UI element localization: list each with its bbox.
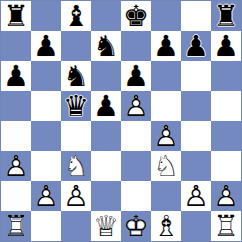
piece-outline-glyph: ♖	[1, 211, 31, 241]
piece-outline-glyph: ♔	[121, 211, 151, 241]
square-f4[interactable]: ♟♙	[151, 121, 181, 151]
piece-black-pawn[interactable]: ♟	[1, 61, 31, 91]
square-h8[interactable]: ♜	[211, 1, 241, 31]
square-h7[interactable]: ♟	[211, 31, 241, 61]
square-d8[interactable]	[91, 1, 121, 31]
square-h2[interactable]: ♟♙	[211, 181, 241, 211]
square-e7[interactable]	[121, 31, 151, 61]
square-g6[interactable]	[181, 61, 211, 91]
piece-outline-glyph: ♙	[181, 181, 211, 211]
piece-outline-glyph: ♙	[61, 181, 91, 211]
square-d5[interactable]: ♟	[91, 91, 121, 121]
square-b5[interactable]	[31, 91, 61, 121]
piece-white-pawn[interactable]: ♟♙	[1, 151, 31, 181]
square-e6[interactable]: ♟	[121, 61, 151, 91]
square-d6[interactable]	[91, 61, 121, 91]
square-f6[interactable]	[151, 61, 181, 91]
piece-black-queen[interactable]: ♛	[61, 91, 91, 121]
piece-black-pawn[interactable]: ♟	[91, 91, 121, 121]
square-g1[interactable]	[181, 211, 211, 241]
square-d2[interactable]	[91, 181, 121, 211]
piece-outline-glyph: ♘	[151, 151, 181, 181]
piece-black-pawn[interactable]: ♟	[211, 31, 241, 61]
square-c4[interactable]	[61, 121, 91, 151]
square-a3[interactable]: ♟♙	[1, 151, 31, 181]
piece-outline-glyph: ♙	[1, 151, 31, 181]
square-d1[interactable]: ♛♕	[91, 211, 121, 241]
square-h3[interactable]	[211, 151, 241, 181]
square-b3[interactable]	[31, 151, 61, 181]
square-d4[interactable]	[91, 121, 121, 151]
square-h6[interactable]	[211, 61, 241, 91]
piece-white-queen[interactable]: ♛♕	[91, 211, 121, 241]
square-c6[interactable]: ♞	[61, 61, 91, 91]
square-e1[interactable]: ♚♔	[121, 211, 151, 241]
square-b8[interactable]	[31, 1, 61, 31]
square-d7[interactable]: ♞	[91, 31, 121, 61]
square-a4[interactable]	[1, 121, 31, 151]
square-f2[interactable]	[151, 181, 181, 211]
piece-black-knight[interactable]: ♞	[91, 31, 121, 61]
square-a6[interactable]: ♟	[1, 61, 31, 91]
square-c7[interactable]	[61, 31, 91, 61]
square-f1[interactable]: ♝♗	[151, 211, 181, 241]
square-g3[interactable]	[181, 151, 211, 181]
square-g8[interactable]	[181, 1, 211, 31]
piece-black-pawn[interactable]: ♟	[31, 31, 61, 61]
square-g7[interactable]: ♟	[181, 31, 211, 61]
square-e3[interactable]	[121, 151, 151, 181]
square-a8[interactable]: ♜	[1, 1, 31, 31]
square-b4[interactable]	[31, 121, 61, 151]
piece-white-knight[interactable]: ♞♘	[61, 151, 91, 181]
piece-white-pawn[interactable]: ♟♙	[151, 121, 181, 151]
square-b2[interactable]: ♟♙	[31, 181, 61, 211]
piece-outline-glyph: ♙	[211, 181, 241, 211]
square-b1[interactable]	[31, 211, 61, 241]
piece-white-pawn[interactable]: ♟♙	[181, 181, 211, 211]
square-g2[interactable]: ♟♙	[181, 181, 211, 211]
square-h5[interactable]	[211, 91, 241, 121]
square-f5[interactable]	[151, 91, 181, 121]
piece-white-king[interactable]: ♚♔	[121, 211, 151, 241]
square-e8[interactable]: ♚	[121, 1, 151, 31]
piece-black-rook[interactable]: ♜	[211, 1, 241, 31]
square-e4[interactable]	[121, 121, 151, 151]
piece-outline-glyph: ♙	[151, 121, 181, 151]
square-c1[interactable]	[61, 211, 91, 241]
square-h1[interactable]: ♜♖	[211, 211, 241, 241]
piece-black-pawn[interactable]: ♟	[181, 31, 211, 61]
piece-black-pawn[interactable]: ♟	[121, 61, 151, 91]
square-f7[interactable]: ♟	[151, 31, 181, 61]
square-a1[interactable]: ♜♖	[1, 211, 31, 241]
piece-white-rook[interactable]: ♜♖	[1, 211, 31, 241]
piece-white-pawn[interactable]: ♟♙	[211, 181, 241, 211]
piece-white-pawn[interactable]: ♟♙	[61, 181, 91, 211]
piece-outline-glyph: ♖	[211, 211, 241, 241]
piece-black-king[interactable]: ♚	[121, 1, 151, 31]
square-a7[interactable]	[1, 31, 31, 61]
piece-white-pawn[interactable]: ♟♙	[121, 91, 151, 121]
square-e2[interactable]	[121, 181, 151, 211]
square-b6[interactable]	[31, 61, 61, 91]
piece-black-bishop[interactable]: ♝	[61, 1, 91, 31]
piece-white-knight[interactable]: ♞♘	[151, 151, 181, 181]
square-c8[interactable]: ♝	[61, 1, 91, 31]
square-g4[interactable]	[181, 121, 211, 151]
piece-white-pawn[interactable]: ♟♙	[31, 181, 61, 211]
square-f8[interactable]	[151, 1, 181, 31]
square-h4[interactable]	[211, 121, 241, 151]
piece-white-rook[interactable]: ♜♖	[211, 211, 241, 241]
piece-outline-glyph: ♕	[91, 211, 121, 241]
square-f3[interactable]: ♞♘	[151, 151, 181, 181]
square-c3[interactable]: ♞♘	[61, 151, 91, 181]
square-a5[interactable]	[1, 91, 31, 121]
piece-black-rook[interactable]: ♜	[1, 1, 31, 31]
square-d3[interactable]	[91, 151, 121, 181]
piece-outline-glyph: ♗	[151, 211, 181, 241]
piece-black-pawn[interactable]: ♟	[151, 31, 181, 61]
piece-outline-glyph: ♙	[31, 181, 61, 211]
piece-outline-glyph: ♙	[121, 91, 151, 121]
piece-black-knight[interactable]: ♞	[61, 61, 91, 91]
square-a2[interactable]	[1, 181, 31, 211]
square-c2[interactable]: ♟♙	[61, 181, 91, 211]
square-e5[interactable]: ♟♙	[121, 91, 151, 121]
square-c5[interactable]: ♛	[61, 91, 91, 121]
square-b7[interactable]: ♟	[31, 31, 61, 61]
square-g5[interactable]	[181, 91, 211, 121]
piece-white-bishop[interactable]: ♝♗	[151, 211, 181, 241]
piece-outline-glyph: ♘	[61, 151, 91, 181]
chess-board: ♜♝♚♜♟♞♟♟♟♟♞♟♛♟♟♙♟♙♟♙♞♘♞♘♟♙♟♙♟♙♟♙♜♖♛♕♚♔♝♗…	[0, 0, 242, 242]
